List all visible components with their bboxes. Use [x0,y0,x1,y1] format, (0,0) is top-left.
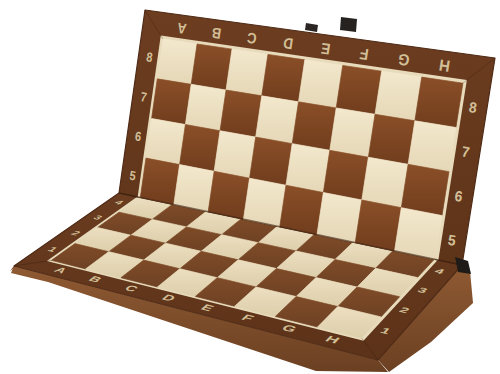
square-h5 [395,208,442,260]
square-f8 [336,65,381,114]
folding-chess-board: ABCDEFGH43214321ABCDEFGH87658765 [0,0,500,374]
standing-file-label-h: H [438,56,451,75]
square-c6 [214,131,256,178]
square-e8 [299,60,343,108]
square-b8 [191,44,232,90]
square-a5 [140,158,179,204]
square-e7 [292,102,336,151]
standing-file-label-d: D [282,34,294,52]
square-c8 [226,49,268,96]
square-h8 [415,77,463,127]
square-c7 [220,90,262,137]
square-a6 [146,119,185,165]
square-d8 [262,54,305,101]
square-e5 [280,185,324,234]
square-c5 [208,171,249,219]
photo-stage: ABCDEFGH43214321ABCDEFGH87658765 [0,0,500,374]
square-d5 [244,178,286,227]
standing-file-label-a: A [176,19,187,36]
square-f5 [317,193,362,243]
square-b6 [180,125,220,172]
square-h7 [408,121,456,172]
standing-file-label-c: C [246,29,258,47]
square-b7 [185,84,226,130]
square-g8 [375,71,422,121]
square-f6 [323,150,368,200]
square-d7 [256,96,299,144]
square-a7 [152,79,192,125]
clasp [340,17,357,32]
square-g5 [355,200,401,251]
square-d6 [250,137,293,185]
square-g7 [368,114,414,164]
top-edge-hardware [305,17,357,32]
square-e6 [286,144,330,193]
standing-file-label-b: B [211,24,223,42]
square-h6 [401,164,449,215]
square-a8 [157,39,197,84]
square-g6 [362,157,408,207]
square-b5 [174,165,214,212]
clasp-hook [305,23,318,32]
square-f7 [330,108,375,157]
standing-file-label-f: F [359,45,370,64]
